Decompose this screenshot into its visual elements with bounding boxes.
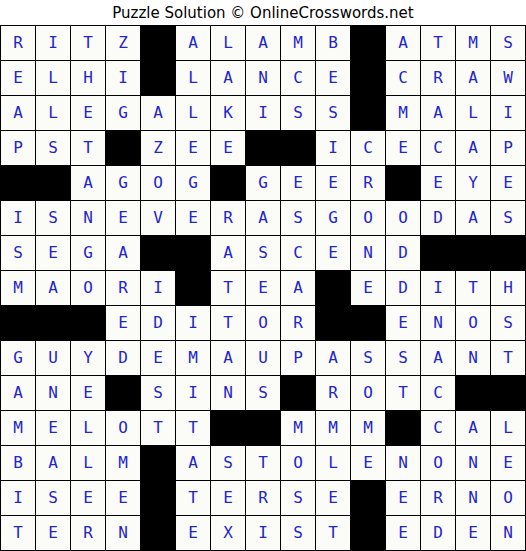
black-cell: [316, 271, 350, 305]
letter-cell: N: [456, 481, 490, 515]
letter-cell: I: [316, 131, 350, 165]
letter-cell: E: [1, 61, 35, 95]
black-cell: [281, 376, 315, 410]
letter-cell: T: [386, 376, 420, 410]
black-cell: [141, 516, 175, 550]
letter-cell: M: [1, 271, 35, 305]
black-cell: [141, 446, 175, 480]
letter-cell: A: [386, 26, 420, 60]
letter-cell: P: [491, 131, 525, 165]
puzzle-solution-page: Puzzle Solution © OnlineCrosswords.net R…: [0, 0, 526, 551]
letter-cell: S: [491, 26, 525, 60]
black-cell: [351, 96, 385, 130]
letter-cell: D: [141, 306, 175, 340]
letter-cell: L: [71, 411, 105, 445]
letter-cell: A: [456, 131, 490, 165]
black-cell: [456, 376, 490, 410]
black-cell: [456, 236, 490, 270]
letter-cell: E: [456, 516, 490, 550]
letter-cell: S: [36, 201, 70, 235]
black-cell: [351, 481, 385, 515]
letter-cell: C: [421, 131, 455, 165]
letter-cell: D: [106, 341, 140, 375]
black-cell: [491, 376, 525, 410]
letter-cell: L: [176, 96, 210, 130]
black-cell: [351, 26, 385, 60]
letter-cell: Y: [456, 166, 490, 200]
letter-cell: I: [421, 271, 455, 305]
letter-cell: E: [211, 481, 245, 515]
page-title: Puzzle Solution © OnlineCrosswords.net: [0, 0, 526, 25]
letter-cell: A: [1, 96, 35, 130]
letter-cell: E: [211, 131, 245, 165]
letter-cell: O: [421, 446, 455, 480]
letter-cell: E: [386, 131, 420, 165]
letter-cell: E: [71, 376, 105, 410]
letter-cell: A: [456, 201, 490, 235]
letter-cell: E: [316, 481, 350, 515]
letter-cell: T: [491, 341, 525, 375]
letter-cell: T: [211, 271, 245, 305]
letter-cell: T: [211, 306, 245, 340]
letter-cell: A: [421, 96, 455, 130]
letter-cell: C: [281, 61, 315, 95]
letter-cell: R: [421, 61, 455, 95]
letter-cell: K: [211, 96, 245, 130]
black-cell: [421, 236, 455, 270]
letter-cell: A: [176, 26, 210, 60]
letter-cell: I: [176, 376, 210, 410]
black-cell: [1, 166, 35, 200]
letter-cell: M: [106, 446, 140, 480]
letter-cell: I: [1, 481, 35, 515]
letter-cell: O: [491, 481, 525, 515]
letter-cell: A: [456, 61, 490, 95]
letter-cell: O: [456, 306, 490, 340]
letter-cell: Y: [71, 341, 105, 375]
letter-cell: E: [491, 446, 525, 480]
letter-cell: D: [386, 271, 420, 305]
letter-cell: P: [1, 131, 35, 165]
black-cell: [491, 236, 525, 270]
letter-cell: I: [246, 516, 280, 550]
black-cell: [141, 236, 175, 270]
letter-cell: R: [316, 376, 350, 410]
letter-cell: O: [351, 376, 385, 410]
letter-cell: N: [456, 341, 490, 375]
black-cell: [106, 131, 140, 165]
letter-cell: I: [491, 96, 525, 130]
letter-cell: S: [246, 376, 280, 410]
letter-cell: B: [316, 26, 350, 60]
letter-cell: T: [246, 446, 280, 480]
letter-cell: N: [71, 201, 105, 235]
letter-cell: L: [176, 61, 210, 95]
letter-cell: C: [421, 376, 455, 410]
letter-cell: E: [246, 271, 280, 305]
letter-cell: D: [386, 236, 420, 270]
black-cell: [106, 376, 140, 410]
letter-cell: S: [211, 446, 245, 480]
letter-cell: S: [281, 481, 315, 515]
letter-cell: M: [316, 411, 350, 445]
black-cell: [211, 411, 245, 445]
black-cell: [36, 166, 70, 200]
letter-cell: L: [211, 26, 245, 60]
letter-cell: S: [141, 376, 175, 410]
black-cell: [36, 306, 70, 340]
letter-cell: E: [281, 166, 315, 200]
letter-cell: R: [421, 481, 455, 515]
letter-cell: D: [421, 516, 455, 550]
letter-cell: M: [1, 411, 35, 445]
letter-cell: E: [386, 481, 420, 515]
letter-cell: T: [71, 131, 105, 165]
letter-cell: S: [1, 236, 35, 270]
letter-cell: A: [36, 271, 70, 305]
letter-cell: L: [36, 61, 70, 95]
letter-cell: G: [316, 201, 350, 235]
letter-cell: O: [141, 166, 175, 200]
letter-cell: H: [491, 271, 525, 305]
letter-cell: O: [351, 201, 385, 235]
letter-cell: R: [246, 481, 280, 515]
black-cell: [141, 481, 175, 515]
letter-cell: O: [106, 411, 140, 445]
letter-cell: A: [456, 411, 490, 445]
black-cell: [351, 306, 385, 340]
black-cell: [141, 26, 175, 60]
letter-cell: I: [106, 61, 140, 95]
letter-cell: E: [106, 481, 140, 515]
letter-cell: M: [386, 96, 420, 130]
letter-cell: V: [141, 201, 175, 235]
letter-cell: A: [246, 201, 280, 235]
letter-cell: R: [281, 306, 315, 340]
letter-cell: A: [176, 446, 210, 480]
letter-cell: E: [351, 271, 385, 305]
black-cell: [211, 166, 245, 200]
letter-cell: G: [246, 166, 280, 200]
letter-cell: T: [1, 516, 35, 550]
letter-cell: C: [351, 131, 385, 165]
letter-cell: W: [491, 61, 525, 95]
letter-cell: O: [246, 306, 280, 340]
black-cell: [141, 61, 175, 95]
letter-cell: E: [106, 201, 140, 235]
letter-cell: A: [106, 236, 140, 270]
letter-cell: U: [246, 341, 280, 375]
letter-cell: G: [1, 341, 35, 375]
letter-cell: M: [351, 411, 385, 445]
letter-cell: I: [36, 26, 70, 60]
letter-cell: P: [281, 341, 315, 375]
letter-cell: A: [316, 341, 350, 375]
letter-cell: C: [281, 236, 315, 270]
letter-cell: N: [351, 236, 385, 270]
letter-cell: M: [281, 411, 315, 445]
letter-cell: E: [71, 96, 105, 130]
letter-cell: S: [351, 341, 385, 375]
letter-cell: A: [211, 61, 245, 95]
letter-cell: A: [211, 341, 245, 375]
letter-cell: E: [491, 166, 525, 200]
letter-cell: G: [106, 166, 140, 200]
letter-cell: R: [71, 516, 105, 550]
letter-cell: L: [456, 96, 490, 130]
letter-cell: M: [176, 341, 210, 375]
letter-cell: L: [71, 446, 105, 480]
letter-cell: E: [141, 341, 175, 375]
letter-cell: S: [36, 481, 70, 515]
letter-cell: E: [351, 446, 385, 480]
crossword-grid: RITZALAMBATMSELHILANCECRAWALEGALKISSMALI…: [0, 25, 526, 551]
letter-cell: R: [106, 271, 140, 305]
letter-cell: C: [386, 61, 420, 95]
letter-cell: S: [36, 131, 70, 165]
letter-cell: S: [491, 306, 525, 340]
letter-cell: N: [246, 61, 280, 95]
letter-cell: T: [456, 271, 490, 305]
black-cell: [246, 411, 280, 445]
black-cell: [351, 61, 385, 95]
letter-cell: S: [281, 96, 315, 130]
letter-cell: O: [386, 201, 420, 235]
letter-cell: O: [281, 446, 315, 480]
letter-cell: I: [246, 96, 280, 130]
letter-cell: S: [281, 201, 315, 235]
letter-cell: L: [316, 446, 350, 480]
letter-cell: T: [176, 411, 210, 445]
letter-cell: D: [421, 201, 455, 235]
letter-cell: S: [246, 236, 280, 270]
letter-cell: A: [36, 446, 70, 480]
black-cell: [316, 306, 350, 340]
letter-cell: M: [456, 26, 490, 60]
letter-cell: E: [386, 306, 420, 340]
letter-cell: C: [421, 411, 455, 445]
letter-cell: E: [36, 516, 70, 550]
letter-cell: B: [1, 446, 35, 480]
letter-cell: T: [176, 481, 210, 515]
letter-cell: E: [106, 306, 140, 340]
letter-cell: E: [421, 166, 455, 200]
letter-cell: N: [421, 306, 455, 340]
letter-cell: R: [211, 201, 245, 235]
letter-cell: S: [281, 516, 315, 550]
letter-cell: G: [106, 96, 140, 130]
letter-cell: E: [176, 201, 210, 235]
letter-cell: N: [36, 376, 70, 410]
black-cell: [176, 236, 210, 270]
letter-cell: L: [36, 96, 70, 130]
letter-cell: A: [421, 341, 455, 375]
letter-cell: E: [176, 131, 210, 165]
letter-cell: R: [351, 166, 385, 200]
letter-cell: E: [316, 236, 350, 270]
letter-cell: E: [36, 236, 70, 270]
black-cell: [281, 131, 315, 165]
letter-cell: E: [71, 481, 105, 515]
black-cell: [351, 516, 385, 550]
letter-cell: N: [211, 376, 245, 410]
letter-cell: S: [491, 201, 525, 235]
letter-cell: R: [1, 26, 35, 60]
letter-cell: N: [386, 446, 420, 480]
letter-cell: T: [421, 26, 455, 60]
letter-cell: A: [1, 376, 35, 410]
letter-cell: O: [71, 271, 105, 305]
letter-cell: T: [316, 516, 350, 550]
letter-cell: T: [141, 411, 175, 445]
black-cell: [386, 166, 420, 200]
letter-cell: Z: [141, 131, 175, 165]
letter-cell: E: [386, 516, 420, 550]
letter-cell: Z: [106, 26, 140, 60]
letter-cell: G: [71, 236, 105, 270]
letter-cell: I: [141, 271, 175, 305]
letter-cell: E: [316, 61, 350, 95]
letter-cell: A: [246, 26, 280, 60]
letter-cell: M: [281, 26, 315, 60]
black-cell: [176, 271, 210, 305]
black-cell: [1, 306, 35, 340]
black-cell: [246, 131, 280, 165]
letter-cell: A: [281, 271, 315, 305]
black-cell: [386, 411, 420, 445]
letter-cell: G: [176, 166, 210, 200]
letter-cell: A: [211, 236, 245, 270]
letter-cell: I: [176, 306, 210, 340]
letter-cell: T: [71, 26, 105, 60]
letter-cell: S: [386, 341, 420, 375]
letter-cell: X: [211, 516, 245, 550]
letter-cell: A: [71, 166, 105, 200]
letter-cell: S: [316, 96, 350, 130]
letter-cell: E: [176, 516, 210, 550]
letter-cell: N: [456, 446, 490, 480]
letter-cell: L: [491, 411, 525, 445]
black-cell: [71, 306, 105, 340]
letter-cell: N: [106, 516, 140, 550]
letter-cell: N: [491, 516, 525, 550]
letter-cell: U: [36, 341, 70, 375]
letter-cell: I: [1, 201, 35, 235]
letter-cell: E: [316, 166, 350, 200]
letter-cell: A: [141, 96, 175, 130]
letter-cell: H: [71, 61, 105, 95]
letter-cell: E: [36, 411, 70, 445]
